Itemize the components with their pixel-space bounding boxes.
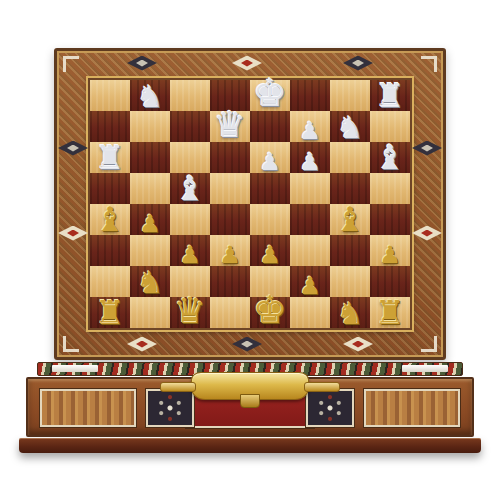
square-c1[interactable]: ♛ — [170, 297, 210, 328]
pearl-inlay — [402, 365, 448, 372]
square-h5[interactable] — [370, 173, 410, 204]
square-d3[interactable]: ♟ — [210, 235, 250, 266]
square-h8[interactable]: ♜ — [370, 80, 410, 111]
piece-gold-pawn-d3[interactable]: ♟ — [219, 243, 241, 267]
square-a4[interactable]: ♝ — [90, 204, 130, 235]
piece-silver-bishop-h6[interactable]: ♝ — [375, 140, 405, 174]
square-b7[interactable] — [130, 111, 170, 142]
square-f3[interactable] — [290, 235, 330, 266]
box-front — [26, 377, 474, 437]
mosaic-medallion — [232, 56, 262, 71]
square-g2[interactable] — [330, 266, 370, 297]
mosaic-medallion — [343, 56, 373, 71]
oak-inlay-panel — [40, 389, 136, 427]
square-e6[interactable]: ♟ — [250, 142, 290, 173]
square-e3[interactable]: ♟ — [250, 235, 290, 266]
square-f4[interactable] — [290, 204, 330, 235]
mosaic-medallion — [343, 337, 373, 352]
square-d2[interactable] — [210, 266, 250, 297]
square-e8[interactable]: ♚ — [250, 80, 290, 111]
piece-gold-king-e1[interactable]: ♚ — [253, 291, 287, 329]
square-g7[interactable]: ♞ — [330, 111, 370, 142]
corner-inlay — [421, 336, 437, 352]
piece-gold-queen-c1[interactable]: ♛ — [174, 293, 206, 329]
square-h4[interactable] — [370, 204, 410, 235]
mosaic-medallion — [412, 141, 442, 156]
mosaic-medallion — [412, 226, 442, 241]
mosaic-medallion — [127, 337, 157, 352]
square-c3[interactable]: ♟ — [170, 235, 210, 266]
piece-gold-knight-b2[interactable]: ♞ — [137, 268, 164, 298]
piece-silver-rook-h8[interactable]: ♜ — [375, 79, 405, 112]
square-e5[interactable] — [250, 173, 290, 204]
piece-gold-pawn-c3[interactable]: ♟ — [179, 243, 201, 267]
piece-gold-rook-a1[interactable]: ♜ — [95, 296, 125, 329]
square-h1[interactable]: ♜ — [370, 297, 410, 328]
square-d1[interactable] — [210, 297, 250, 328]
oak-inlay-panel — [364, 389, 460, 427]
square-d5[interactable] — [210, 173, 250, 204]
square-e7[interactable] — [250, 111, 290, 142]
piece-gold-pawn-h3[interactable]: ♟ — [379, 243, 401, 267]
corner-inlay — [63, 336, 79, 352]
clasp-wing — [304, 382, 340, 392]
square-a2[interactable] — [90, 266, 130, 297]
square-a3[interactable] — [90, 235, 130, 266]
square-e1[interactable]: ♚ — [250, 297, 290, 328]
piece-silver-queen-d7[interactable]: ♛ — [214, 107, 246, 143]
board-frame: ♞♚♜♛♟♞♜♟♟♝♝♝♟♝♟♟♟♟♞♟♜♛♚♞♜ — [54, 48, 446, 360]
box-base — [19, 438, 481, 453]
square-d7[interactable]: ♛ — [210, 111, 250, 142]
piece-silver-pawn-e6[interactable]: ♟ — [259, 150, 281, 174]
chess-set: ♞♚♜♛♟♞♜♟♟♝♝♝♟♝♟♟♟♟♞♟♜♛♚♞♜ — [19, 48, 481, 453]
square-e4[interactable] — [250, 204, 290, 235]
square-g1[interactable]: ♞ — [330, 297, 370, 328]
piece-gold-pawn-e3[interactable]: ♟ — [259, 243, 281, 267]
piece-gold-bishop-g4[interactable]: ♝ — [335, 202, 365, 236]
square-c7[interactable] — [170, 111, 210, 142]
square-h3[interactable]: ♟ — [370, 235, 410, 266]
clasp-hasp — [240, 394, 260, 408]
square-f1[interactable] — [290, 297, 330, 328]
square-c4[interactable] — [170, 204, 210, 235]
piece-silver-rook-a6[interactable]: ♜ — [95, 141, 125, 174]
square-a7[interactable] — [90, 111, 130, 142]
square-f7[interactable]: ♟ — [290, 111, 330, 142]
square-b3[interactable] — [130, 235, 170, 266]
piece-gold-bishop-a4[interactable]: ♝ — [95, 202, 125, 236]
square-h6[interactable]: ♝ — [370, 142, 410, 173]
square-f2[interactable]: ♟ — [290, 266, 330, 297]
square-f8[interactable] — [290, 80, 330, 111]
piece-gold-rook-h1[interactable]: ♜ — [375, 296, 405, 329]
square-d4[interactable] — [210, 204, 250, 235]
square-b2[interactable]: ♞ — [130, 266, 170, 297]
mosaic-medallion — [232, 337, 262, 352]
square-d6[interactable] — [210, 142, 250, 173]
square-f5[interactable] — [290, 173, 330, 204]
piece-gold-pawn-f2[interactable]: ♟ — [299, 274, 321, 298]
square-b4[interactable]: ♟ — [130, 204, 170, 235]
piece-silver-pawn-f7[interactable]: ♟ — [299, 119, 321, 143]
square-b6[interactable] — [130, 142, 170, 173]
square-g4[interactable]: ♝ — [330, 204, 370, 235]
corner-inlay — [421, 56, 437, 72]
rosette-inlay — [146, 389, 194, 427]
piece-silver-knight-b8[interactable]: ♞ — [137, 82, 164, 112]
chess-board: ♞♚♜♛♟♞♜♟♟♝♝♝♟♝♟♟♟♟♞♟♜♛♚♞♜ — [87, 77, 413, 331]
square-b8[interactable]: ♞ — [130, 80, 170, 111]
square-g8[interactable] — [330, 80, 370, 111]
square-h2[interactable] — [370, 266, 410, 297]
mosaic-medallion — [127, 56, 157, 71]
piece-gold-knight-g1[interactable]: ♞ — [337, 299, 364, 329]
clasp-wing — [160, 382, 196, 392]
mosaic-medallion — [58, 226, 88, 241]
square-g6[interactable] — [330, 142, 370, 173]
square-a6[interactable]: ♜ — [90, 142, 130, 173]
rosette-inlay — [306, 389, 354, 427]
square-g3[interactable] — [330, 235, 370, 266]
corner-inlay — [63, 56, 79, 72]
square-c8[interactable] — [170, 80, 210, 111]
mosaic-medallion — [58, 141, 88, 156]
square-f6[interactable]: ♟ — [290, 142, 330, 173]
square-a1[interactable]: ♜ — [90, 297, 130, 328]
piece-gold-pawn-b4[interactable]: ♟ — [139, 212, 161, 236]
square-b5[interactable] — [130, 173, 170, 204]
pearl-inlay — [52, 365, 98, 372]
piece-silver-bishop-c5[interactable]: ♝ — [175, 171, 205, 205]
piece-silver-pawn-f6[interactable]: ♟ — [299, 150, 321, 174]
brass-clasp[interactable] — [191, 372, 309, 400]
square-b1[interactable] — [130, 297, 170, 328]
square-a8[interactable] — [90, 80, 130, 111]
square-c5[interactable]: ♝ — [170, 173, 210, 204]
piece-silver-king-e8[interactable]: ♚ — [253, 74, 287, 112]
piece-silver-knight-g7[interactable]: ♞ — [337, 113, 364, 143]
